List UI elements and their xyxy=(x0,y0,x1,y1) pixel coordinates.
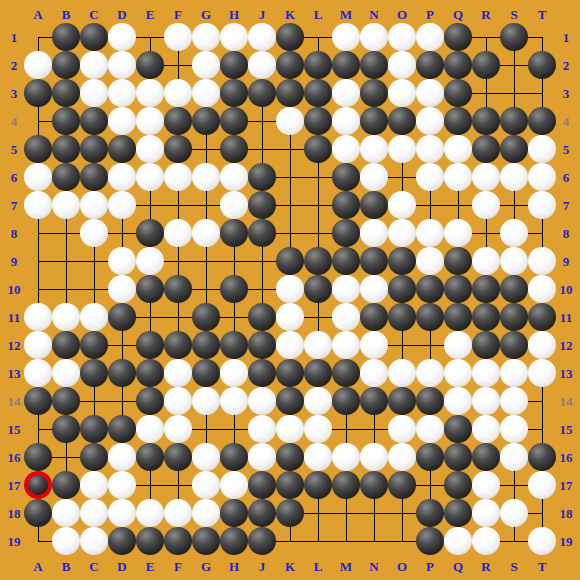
white-stone[interactable] xyxy=(164,79,192,107)
white-stone[interactable] xyxy=(52,191,80,219)
white-stone[interactable] xyxy=(80,191,108,219)
white-stone[interactable] xyxy=(472,499,500,527)
white-stone[interactable] xyxy=(248,23,276,51)
white-stone[interactable] xyxy=(108,23,136,51)
black-stone[interactable] xyxy=(248,331,276,359)
black-stone[interactable] xyxy=(388,303,416,331)
white-stone[interactable] xyxy=(472,163,500,191)
black-stone[interactable] xyxy=(332,51,360,79)
black-stone[interactable] xyxy=(108,135,136,163)
white-stone[interactable] xyxy=(416,107,444,135)
white-stone[interactable] xyxy=(500,415,528,443)
black-stone[interactable] xyxy=(108,359,136,387)
white-stone[interactable] xyxy=(24,191,52,219)
white-stone[interactable] xyxy=(220,23,248,51)
white-stone[interactable] xyxy=(108,247,136,275)
black-stone[interactable] xyxy=(52,23,80,51)
black-stone[interactable] xyxy=(52,163,80,191)
white-stone[interactable] xyxy=(304,387,332,415)
black-stone[interactable] xyxy=(80,359,108,387)
white-stone[interactable] xyxy=(528,163,556,191)
black-stone[interactable] xyxy=(416,527,444,555)
black-stone[interactable] xyxy=(164,135,192,163)
white-stone[interactable] xyxy=(108,471,136,499)
white-stone[interactable] xyxy=(24,51,52,79)
black-stone[interactable] xyxy=(472,443,500,471)
white-stone[interactable] xyxy=(52,303,80,331)
black-stone[interactable] xyxy=(248,471,276,499)
black-stone[interactable] xyxy=(304,359,332,387)
black-stone[interactable] xyxy=(360,247,388,275)
black-stone[interactable] xyxy=(108,415,136,443)
column-label-top: R xyxy=(481,8,490,21)
black-stone[interactable] xyxy=(192,527,220,555)
black-stone[interactable] xyxy=(52,471,80,499)
black-stone[interactable] xyxy=(52,331,80,359)
black-stone[interactable] xyxy=(220,135,248,163)
row-label-left: 12 xyxy=(8,339,21,352)
black-stone[interactable] xyxy=(332,247,360,275)
white-stone[interactable] xyxy=(276,331,304,359)
black-stone[interactable] xyxy=(332,359,360,387)
white-stone[interactable] xyxy=(192,387,220,415)
black-stone[interactable] xyxy=(304,471,332,499)
black-stone[interactable] xyxy=(472,331,500,359)
black-stone[interactable] xyxy=(80,163,108,191)
white-stone[interactable] xyxy=(416,79,444,107)
black-stone[interactable] xyxy=(192,107,220,135)
black-stone[interactable] xyxy=(136,275,164,303)
white-stone[interactable] xyxy=(500,219,528,247)
white-stone[interactable] xyxy=(472,387,500,415)
black-stone[interactable] xyxy=(164,275,192,303)
black-stone[interactable] xyxy=(24,443,52,471)
white-stone[interactable] xyxy=(220,191,248,219)
white-stone[interactable] xyxy=(444,527,472,555)
black-stone[interactable] xyxy=(248,303,276,331)
white-stone[interactable] xyxy=(416,247,444,275)
black-stone[interactable] xyxy=(80,331,108,359)
white-stone[interactable] xyxy=(80,79,108,107)
white-stone[interactable] xyxy=(416,219,444,247)
white-stone[interactable] xyxy=(136,163,164,191)
white-stone[interactable] xyxy=(136,415,164,443)
black-stone[interactable] xyxy=(304,51,332,79)
white-stone[interactable] xyxy=(164,359,192,387)
black-stone[interactable] xyxy=(444,79,472,107)
black-stone[interactable] xyxy=(388,247,416,275)
black-stone[interactable] xyxy=(52,79,80,107)
black-stone[interactable] xyxy=(248,191,276,219)
black-stone-last-move[interactable] xyxy=(24,471,52,499)
white-stone[interactable] xyxy=(108,107,136,135)
white-stone[interactable] xyxy=(220,359,248,387)
black-stone[interactable] xyxy=(136,443,164,471)
black-stone[interactable] xyxy=(80,443,108,471)
white-stone[interactable] xyxy=(80,527,108,555)
black-stone[interactable] xyxy=(220,275,248,303)
black-stone[interactable] xyxy=(248,359,276,387)
white-stone[interactable] xyxy=(528,471,556,499)
white-stone[interactable] xyxy=(164,219,192,247)
black-stone[interactable] xyxy=(276,51,304,79)
black-stone[interactable] xyxy=(80,135,108,163)
black-stone[interactable] xyxy=(164,443,192,471)
black-stone[interactable] xyxy=(332,471,360,499)
black-stone[interactable] xyxy=(332,163,360,191)
column-label-bottom: S xyxy=(510,560,517,573)
white-stone[interactable] xyxy=(304,443,332,471)
white-stone[interactable] xyxy=(528,275,556,303)
black-stone[interactable] xyxy=(80,107,108,135)
black-stone[interactable] xyxy=(52,135,80,163)
black-stone[interactable] xyxy=(304,135,332,163)
white-stone[interactable] xyxy=(136,107,164,135)
white-stone[interactable] xyxy=(472,359,500,387)
white-stone[interactable] xyxy=(136,79,164,107)
black-stone[interactable] xyxy=(500,107,528,135)
white-stone[interactable] xyxy=(80,303,108,331)
column-label-bottom: F xyxy=(174,560,182,573)
black-stone[interactable] xyxy=(276,247,304,275)
white-stone[interactable] xyxy=(192,163,220,191)
white-stone[interactable] xyxy=(192,471,220,499)
white-stone[interactable] xyxy=(304,331,332,359)
white-stone[interactable] xyxy=(192,499,220,527)
black-stone[interactable] xyxy=(444,303,472,331)
white-stone[interactable] xyxy=(164,23,192,51)
black-stone[interactable] xyxy=(52,387,80,415)
white-stone[interactable] xyxy=(416,135,444,163)
black-stone[interactable] xyxy=(164,527,192,555)
white-stone[interactable] xyxy=(332,23,360,51)
black-stone[interactable] xyxy=(388,107,416,135)
white-stone[interactable] xyxy=(276,107,304,135)
white-stone[interactable] xyxy=(52,499,80,527)
black-stone[interactable] xyxy=(416,51,444,79)
black-stone[interactable] xyxy=(220,443,248,471)
row-label-left: 19 xyxy=(8,535,21,548)
white-stone[interactable] xyxy=(136,135,164,163)
black-stone[interactable] xyxy=(220,79,248,107)
black-stone[interactable] xyxy=(416,499,444,527)
white-stone[interactable] xyxy=(192,79,220,107)
white-stone[interactable] xyxy=(360,163,388,191)
black-stone[interactable] xyxy=(220,51,248,79)
white-stone[interactable] xyxy=(388,79,416,107)
white-stone[interactable] xyxy=(332,135,360,163)
white-stone[interactable] xyxy=(248,387,276,415)
black-stone[interactable] xyxy=(500,23,528,51)
black-stone[interactable] xyxy=(528,51,556,79)
white-stone[interactable] xyxy=(192,51,220,79)
white-stone[interactable] xyxy=(332,79,360,107)
black-stone[interactable] xyxy=(164,107,192,135)
black-stone[interactable] xyxy=(136,359,164,387)
black-stone[interactable] xyxy=(276,471,304,499)
black-stone[interactable] xyxy=(444,107,472,135)
white-stone[interactable] xyxy=(500,247,528,275)
black-stone[interactable] xyxy=(332,191,360,219)
white-stone[interactable] xyxy=(388,443,416,471)
black-stone[interactable] xyxy=(248,527,276,555)
white-stone[interactable] xyxy=(108,79,136,107)
white-stone[interactable] xyxy=(276,275,304,303)
black-stone[interactable] xyxy=(276,387,304,415)
black-stone[interactable] xyxy=(528,443,556,471)
white-stone[interactable] xyxy=(108,163,136,191)
black-stone[interactable] xyxy=(24,387,52,415)
black-stone[interactable] xyxy=(360,51,388,79)
black-stone[interactable] xyxy=(388,471,416,499)
black-stone[interactable] xyxy=(136,331,164,359)
black-stone[interactable] xyxy=(192,331,220,359)
black-stone[interactable] xyxy=(360,79,388,107)
black-stone[interactable] xyxy=(528,303,556,331)
black-stone[interactable] xyxy=(248,499,276,527)
white-stone[interactable] xyxy=(388,359,416,387)
white-stone[interactable] xyxy=(444,359,472,387)
white-stone[interactable] xyxy=(136,499,164,527)
black-stone[interactable] xyxy=(500,275,528,303)
black-stone[interactable] xyxy=(80,23,108,51)
black-stone[interactable] xyxy=(444,23,472,51)
white-stone[interactable] xyxy=(24,359,52,387)
black-stone[interactable] xyxy=(500,331,528,359)
white-stone[interactable] xyxy=(80,471,108,499)
black-stone[interactable] xyxy=(164,331,192,359)
white-stone[interactable] xyxy=(444,219,472,247)
black-stone[interactable] xyxy=(248,219,276,247)
white-stone[interactable] xyxy=(24,303,52,331)
black-stone[interactable] xyxy=(360,191,388,219)
black-stone[interactable] xyxy=(276,443,304,471)
white-stone[interactable] xyxy=(108,443,136,471)
white-stone[interactable] xyxy=(164,499,192,527)
white-stone[interactable] xyxy=(332,443,360,471)
black-stone[interactable] xyxy=(444,443,472,471)
white-stone[interactable] xyxy=(500,163,528,191)
white-stone[interactable] xyxy=(192,219,220,247)
black-stone[interactable] xyxy=(360,303,388,331)
black-stone[interactable] xyxy=(276,23,304,51)
black-stone[interactable] xyxy=(444,275,472,303)
white-stone[interactable] xyxy=(304,415,332,443)
black-stone[interactable] xyxy=(52,51,80,79)
black-stone[interactable] xyxy=(472,275,500,303)
white-stone[interactable] xyxy=(108,499,136,527)
white-stone[interactable] xyxy=(416,359,444,387)
white-stone[interactable] xyxy=(360,275,388,303)
black-stone[interactable] xyxy=(136,387,164,415)
black-stone[interactable] xyxy=(220,107,248,135)
white-stone[interactable] xyxy=(360,443,388,471)
black-stone[interactable] xyxy=(500,303,528,331)
black-stone[interactable] xyxy=(220,331,248,359)
white-stone[interactable] xyxy=(164,387,192,415)
row-label-left: 7 xyxy=(11,199,18,212)
white-stone[interactable] xyxy=(360,219,388,247)
black-stone[interactable] xyxy=(220,527,248,555)
row-label-right: 16 xyxy=(560,451,573,464)
white-stone[interactable] xyxy=(24,163,52,191)
black-stone[interactable] xyxy=(304,275,332,303)
black-stone[interactable] xyxy=(80,415,108,443)
white-stone[interactable] xyxy=(500,387,528,415)
white-stone[interactable] xyxy=(528,135,556,163)
black-stone[interactable] xyxy=(528,107,556,135)
white-stone[interactable] xyxy=(528,331,556,359)
black-stone[interactable] xyxy=(276,79,304,107)
white-stone[interactable] xyxy=(444,387,472,415)
white-stone[interactable] xyxy=(80,51,108,79)
black-stone[interactable] xyxy=(136,527,164,555)
black-stone[interactable] xyxy=(136,51,164,79)
white-stone[interactable] xyxy=(248,51,276,79)
black-stone[interactable] xyxy=(360,107,388,135)
black-stone[interactable] xyxy=(248,163,276,191)
white-stone[interactable] xyxy=(444,331,472,359)
black-stone[interactable] xyxy=(108,527,136,555)
white-stone[interactable] xyxy=(444,135,472,163)
white-stone[interactable] xyxy=(360,23,388,51)
black-stone[interactable] xyxy=(304,79,332,107)
black-stone[interactable] xyxy=(500,135,528,163)
row-label-right: 12 xyxy=(560,339,573,352)
black-stone[interactable] xyxy=(276,359,304,387)
white-stone[interactable] xyxy=(136,247,164,275)
white-stone[interactable] xyxy=(52,527,80,555)
column-label-top: A xyxy=(33,8,42,21)
black-stone[interactable] xyxy=(192,359,220,387)
white-stone[interactable] xyxy=(220,163,248,191)
black-stone[interactable] xyxy=(388,387,416,415)
white-stone[interactable] xyxy=(80,219,108,247)
black-stone[interactable] xyxy=(472,107,500,135)
black-stone[interactable] xyxy=(416,443,444,471)
white-stone[interactable] xyxy=(24,331,52,359)
white-stone[interactable] xyxy=(388,191,416,219)
white-stone[interactable] xyxy=(416,23,444,51)
white-stone[interactable] xyxy=(52,359,80,387)
white-stone[interactable] xyxy=(472,247,500,275)
white-stone[interactable] xyxy=(500,499,528,527)
black-stone[interactable] xyxy=(136,219,164,247)
black-stone[interactable] xyxy=(304,107,332,135)
black-stone[interactable] xyxy=(304,247,332,275)
black-stone[interactable] xyxy=(444,471,472,499)
black-stone[interactable] xyxy=(24,79,52,107)
white-stone[interactable] xyxy=(248,415,276,443)
white-stone[interactable] xyxy=(332,275,360,303)
white-stone[interactable] xyxy=(108,275,136,303)
white-stone[interactable] xyxy=(388,51,416,79)
white-stone[interactable] xyxy=(500,359,528,387)
white-stone[interactable] xyxy=(332,331,360,359)
column-label-bottom: B xyxy=(62,560,71,573)
go-board[interactable]: AABBCCDDEEFFGGHHJJKKLLMMNNOOPPQQRRSSTT11… xyxy=(0,0,580,580)
black-stone[interactable] xyxy=(444,51,472,79)
white-stone[interactable] xyxy=(500,443,528,471)
white-stone[interactable] xyxy=(472,471,500,499)
black-stone[interactable] xyxy=(360,387,388,415)
column-label-bottom: J xyxy=(259,560,266,573)
white-stone[interactable] xyxy=(276,415,304,443)
black-stone[interactable] xyxy=(444,499,472,527)
black-stone[interactable] xyxy=(472,135,500,163)
white-stone[interactable] xyxy=(388,415,416,443)
white-stone[interactable] xyxy=(360,135,388,163)
white-stone[interactable] xyxy=(472,191,500,219)
white-stone[interactable] xyxy=(528,247,556,275)
white-stone[interactable] xyxy=(164,415,192,443)
white-stone[interactable] xyxy=(388,219,416,247)
white-stone[interactable] xyxy=(220,387,248,415)
black-stone[interactable] xyxy=(220,219,248,247)
black-stone[interactable] xyxy=(472,51,500,79)
black-stone[interactable] xyxy=(24,135,52,163)
white-stone[interactable] xyxy=(164,163,192,191)
white-stone[interactable] xyxy=(108,51,136,79)
white-stone[interactable] xyxy=(276,303,304,331)
column-label-bottom: G xyxy=(201,560,211,573)
column-label-bottom: M xyxy=(340,560,352,573)
black-stone[interactable] xyxy=(444,247,472,275)
black-stone[interactable] xyxy=(24,499,52,527)
black-stone[interactable] xyxy=(360,471,388,499)
black-stone[interactable] xyxy=(108,303,136,331)
black-stone[interactable] xyxy=(332,219,360,247)
white-stone[interactable] xyxy=(220,471,248,499)
white-stone[interactable] xyxy=(528,527,556,555)
white-stone[interactable] xyxy=(360,331,388,359)
black-stone[interactable] xyxy=(388,275,416,303)
white-stone[interactable] xyxy=(192,23,220,51)
black-stone[interactable] xyxy=(416,387,444,415)
row-label-right: 8 xyxy=(563,227,570,240)
white-stone[interactable] xyxy=(192,443,220,471)
black-stone[interactable] xyxy=(444,415,472,443)
black-stone[interactable] xyxy=(276,499,304,527)
black-stone[interactable] xyxy=(248,79,276,107)
white-stone[interactable] xyxy=(472,415,500,443)
white-stone[interactable] xyxy=(388,23,416,51)
white-stone[interactable] xyxy=(416,163,444,191)
row-label-right: 19 xyxy=(560,535,573,548)
white-stone[interactable] xyxy=(248,443,276,471)
white-stone[interactable] xyxy=(472,527,500,555)
black-stone[interactable] xyxy=(416,303,444,331)
black-stone[interactable] xyxy=(52,415,80,443)
white-stone[interactable] xyxy=(80,499,108,527)
black-stone[interactable] xyxy=(332,387,360,415)
black-stone[interactable] xyxy=(416,275,444,303)
black-stone[interactable] xyxy=(220,499,248,527)
white-stone[interactable] xyxy=(528,191,556,219)
white-stone[interactable] xyxy=(332,303,360,331)
white-stone[interactable] xyxy=(528,359,556,387)
black-stone[interactable] xyxy=(52,107,80,135)
white-stone[interactable] xyxy=(388,135,416,163)
white-stone[interactable] xyxy=(108,191,136,219)
row-label-left: 3 xyxy=(11,87,18,100)
black-stone[interactable] xyxy=(472,303,500,331)
white-stone[interactable] xyxy=(360,359,388,387)
black-stone[interactable] xyxy=(192,303,220,331)
white-stone[interactable] xyxy=(444,163,472,191)
white-stone[interactable] xyxy=(416,415,444,443)
white-stone[interactable] xyxy=(332,107,360,135)
